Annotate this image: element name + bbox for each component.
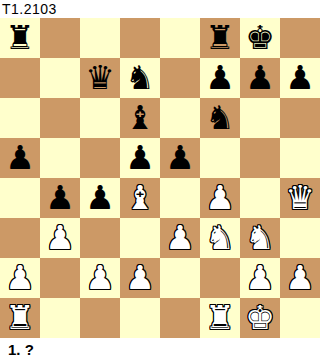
square-f7[interactable]: ♟ [200,58,240,98]
square-g6[interactable] [240,98,280,138]
square-f4[interactable]: ♟ [200,178,240,218]
square-c5[interactable] [80,138,120,178]
square-a7[interactable] [0,58,40,98]
white-king-icon: ♚ [245,298,275,338]
square-h2[interactable]: ♟ [280,258,320,298]
square-f8[interactable]: ♜ [200,18,240,58]
square-g5[interactable] [240,138,280,178]
square-c1[interactable] [80,298,120,338]
black-rook-icon: ♜ [5,18,35,58]
square-b6[interactable] [40,98,80,138]
square-b7[interactable] [40,58,80,98]
square-d2[interactable]: ♟ [120,258,160,298]
square-f2[interactable] [200,258,240,298]
black-pawn-icon: ♟ [5,138,35,178]
square-h3[interactable] [280,218,320,258]
square-b3[interactable]: ♟ [40,218,80,258]
square-e5[interactable]: ♟ [160,138,200,178]
black-pawn-icon: ♟ [245,58,275,98]
white-queen-icon: ♛ [285,178,315,218]
square-e3[interactable]: ♟ [160,218,200,258]
square-a3[interactable] [0,218,40,258]
square-d3[interactable] [120,218,160,258]
white-pawn-icon: ♟ [5,258,35,298]
square-g1[interactable]: ♚ [240,298,280,338]
square-a1[interactable]: ♜ [0,298,40,338]
chess-puzzle-page: T1.2103 ♜♜♚♛♞♟♟♟♝♞♟♟♟♟♟♝♟♛♟♟♞♞♟♟♟♟♟♜♜♚ 1… [0,0,320,360]
square-e4[interactable] [160,178,200,218]
black-bishop-icon: ♝ [125,98,155,138]
white-knight-icon: ♞ [205,218,235,258]
square-f3[interactable]: ♞ [200,218,240,258]
square-c7[interactable]: ♛ [80,58,120,98]
square-h1[interactable] [280,298,320,338]
white-pawn-icon: ♟ [125,258,155,298]
white-pawn-icon: ♟ [245,258,275,298]
move-prompt: 1. ? [0,338,320,360]
black-pawn-icon: ♟ [125,138,155,178]
square-b2[interactable] [40,258,80,298]
square-h6[interactable] [280,98,320,138]
square-g4[interactable] [240,178,280,218]
square-b5[interactable] [40,138,80,178]
square-b8[interactable] [40,18,80,58]
white-pawn-icon: ♟ [45,218,75,258]
white-pawn-icon: ♟ [85,258,115,298]
square-f6[interactable]: ♞ [200,98,240,138]
square-h8[interactable] [280,18,320,58]
chess-board: ♜♜♚♛♞♟♟♟♝♞♟♟♟♟♟♝♟♛♟♟♞♞♟♟♟♟♟♜♜♚ [0,18,320,338]
square-a2[interactable]: ♟ [0,258,40,298]
square-g2[interactable]: ♟ [240,258,280,298]
square-e7[interactable] [160,58,200,98]
white-pawn-icon: ♟ [165,218,195,258]
square-d7[interactable]: ♞ [120,58,160,98]
black-pawn-icon: ♟ [205,58,235,98]
black-rook-icon: ♜ [205,18,235,58]
puzzle-id: T1.2103 [0,0,320,18]
black-knight-icon: ♞ [125,58,155,98]
square-a6[interactable] [0,98,40,138]
square-e2[interactable] [160,258,200,298]
square-d5[interactable]: ♟ [120,138,160,178]
square-b1[interactable] [40,298,80,338]
square-e6[interactable] [160,98,200,138]
white-knight-icon: ♞ [245,218,275,258]
black-pawn-icon: ♟ [285,58,315,98]
square-d4[interactable]: ♝ [120,178,160,218]
square-f1[interactable]: ♜ [200,298,240,338]
square-c8[interactable] [80,18,120,58]
square-g3[interactable]: ♞ [240,218,280,258]
black-pawn-icon: ♟ [85,178,115,218]
black-pawn-icon: ♟ [165,138,195,178]
square-g8[interactable]: ♚ [240,18,280,58]
square-c3[interactable] [80,218,120,258]
square-f5[interactable] [200,138,240,178]
square-d1[interactable] [120,298,160,338]
black-queen-icon: ♛ [85,58,115,98]
black-knight-icon: ♞ [205,98,235,138]
square-b4[interactable]: ♟ [40,178,80,218]
square-h7[interactable]: ♟ [280,58,320,98]
square-a5[interactable]: ♟ [0,138,40,178]
white-rook-icon: ♜ [205,298,235,338]
square-g7[interactable]: ♟ [240,58,280,98]
black-pawn-icon: ♟ [45,178,75,218]
white-pawn-icon: ♟ [205,178,235,218]
square-c6[interactable] [80,98,120,138]
white-pawn-icon: ♟ [285,258,315,298]
square-e1[interactable] [160,298,200,338]
square-a8[interactable]: ♜ [0,18,40,58]
square-h4[interactable]: ♛ [280,178,320,218]
square-h5[interactable] [280,138,320,178]
black-king-icon: ♚ [245,18,275,58]
square-a4[interactable] [0,178,40,218]
square-c4[interactable]: ♟ [80,178,120,218]
square-d6[interactable]: ♝ [120,98,160,138]
white-bishop-icon: ♝ [125,178,155,218]
square-d8[interactable] [120,18,160,58]
square-c2[interactable]: ♟ [80,258,120,298]
square-e8[interactable] [160,18,200,58]
white-rook-icon: ♜ [5,298,35,338]
